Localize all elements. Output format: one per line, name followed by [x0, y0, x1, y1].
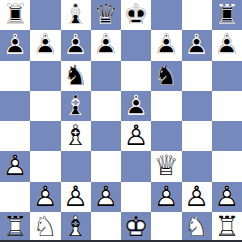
- white-pawn-e4[interactable]: ♟♙: [121, 121, 151, 151]
- square-b2[interactable]: ♟♙: [30, 182, 60, 212]
- black-knight-c6[interactable]: ♞♘: [61, 61, 91, 91]
- square-h5[interactable]: [212, 91, 242, 121]
- piece-outline-glyph: ♙: [182, 30, 212, 60]
- piece-outline-glyph: ♗: [61, 0, 91, 30]
- square-c7[interactable]: ♟♙: [61, 30, 91, 60]
- white-pawn-f2[interactable]: ♟♙: [151, 182, 181, 212]
- square-f4[interactable]: [151, 121, 181, 151]
- piece-outline-glyph: ♘: [61, 61, 91, 91]
- square-c1[interactable]: ♝♗: [61, 212, 91, 242]
- square-f5[interactable]: [151, 91, 181, 121]
- square-h1[interactable]: ♜♖: [212, 212, 242, 242]
- piece-outline-glyph: ♙: [121, 121, 151, 151]
- square-c5[interactable]: ♝♗: [61, 91, 91, 121]
- black-rook-h8[interactable]: ♜♖: [212, 0, 242, 30]
- square-a4[interactable]: [0, 121, 30, 151]
- piece-outline-glyph: ♗: [61, 121, 91, 151]
- piece-outline-glyph: ♙: [91, 182, 121, 212]
- square-c6[interactable]: ♞♘: [61, 61, 91, 91]
- square-g7[interactable]: ♟♙: [182, 30, 212, 60]
- black-bishop-c5[interactable]: ♝♗: [61, 91, 91, 121]
- square-e3[interactable]: [121, 151, 151, 181]
- piece-outline-glyph: ♙: [212, 182, 242, 212]
- square-e2[interactable]: [121, 182, 151, 212]
- white-rook-h1[interactable]: ♜♖: [212, 212, 242, 242]
- white-king-e1[interactable]: ♚♔: [121, 212, 151, 242]
- square-g6[interactable]: [182, 61, 212, 91]
- square-b8[interactable]: [30, 0, 60, 30]
- square-a5[interactable]: [0, 91, 30, 121]
- piece-outline-glyph: ♙: [0, 151, 30, 181]
- square-b3[interactable]: [30, 151, 60, 181]
- square-d8[interactable]: ♛♕: [91, 0, 121, 30]
- square-g4[interactable]: [182, 121, 212, 151]
- square-h3[interactable]: [212, 151, 242, 181]
- white-bishop-c1[interactable]: ♝♗: [61, 212, 91, 242]
- white-queen-f3[interactable]: ♛♕: [151, 151, 181, 181]
- square-f3[interactable]: ♛♕: [151, 151, 181, 181]
- square-a8[interactable]: ♜♖: [0, 0, 30, 30]
- chess-board: ♜♖♝♗♛♕♚♔♜♖♟♙♟♙♟♙♟♙♟♙♟♙♟♙♞♘♞♘♝♗♟♙♝♗♟♙♟♙♛♕…: [0, 0, 242, 242]
- square-d7[interactable]: ♟♙: [91, 30, 121, 60]
- square-h4[interactable]: [212, 121, 242, 151]
- square-b4[interactable]: [30, 121, 60, 151]
- square-g5[interactable]: [182, 91, 212, 121]
- black-pawn-a7[interactable]: ♟♙: [0, 30, 30, 60]
- white-pawn-c2[interactable]: ♟♙: [61, 182, 91, 212]
- square-f1[interactable]: [151, 212, 181, 242]
- square-e5[interactable]: ♟♙: [121, 91, 151, 121]
- piece-outline-glyph: ♙: [30, 30, 60, 60]
- piece-outline-glyph: ♙: [61, 182, 91, 212]
- black-pawn-b7[interactable]: ♟♙: [30, 30, 60, 60]
- piece-outline-glyph: ♘: [182, 212, 212, 242]
- piece-outline-glyph: ♙: [182, 182, 212, 212]
- square-e8[interactable]: ♚♔: [121, 0, 151, 30]
- square-c4[interactable]: ♝♗: [61, 121, 91, 151]
- square-e4[interactable]: ♟♙: [121, 121, 151, 151]
- white-knight-g1[interactable]: ♞♘: [182, 212, 212, 242]
- square-c3[interactable]: [61, 151, 91, 181]
- white-bishop-c4[interactable]: ♝♗: [61, 121, 91, 151]
- square-f2[interactable]: ♟♙: [151, 182, 181, 212]
- square-d3[interactable]: [91, 151, 121, 181]
- chess-board-wrap: ♜♖♝♗♛♕♚♔♜♖♟♙♟♙♟♙♟♙♟♙♟♙♟♙♞♘♞♘♝♗♟♙♝♗♟♙♟♙♛♕…: [0, 0, 242, 242]
- piece-outline-glyph: ♙: [151, 30, 181, 60]
- square-b1[interactable]: ♞♘: [30, 212, 60, 242]
- piece-outline-glyph: ♔: [121, 212, 151, 242]
- piece-outline-glyph: ♙: [30, 182, 60, 212]
- square-c8[interactable]: ♝♗: [61, 0, 91, 30]
- black-bishop-c8[interactable]: ♝♗: [61, 0, 91, 30]
- white-pawn-h2[interactable]: ♟♙: [212, 182, 242, 212]
- piece-outline-glyph: ♖: [0, 0, 30, 30]
- square-a2[interactable]: [0, 182, 30, 212]
- white-pawn-g2[interactable]: ♟♙: [182, 182, 212, 212]
- white-pawn-b2[interactable]: ♟♙: [30, 182, 60, 212]
- white-pawn-d2[interactable]: ♟♙: [91, 182, 121, 212]
- piece-outline-glyph: ♖: [0, 212, 30, 242]
- square-d4[interactable]: [91, 121, 121, 151]
- piece-outline-glyph: ♙: [0, 30, 30, 60]
- square-h8[interactable]: ♜♖: [212, 0, 242, 30]
- black-pawn-c7[interactable]: ♟♙: [61, 30, 91, 60]
- square-g3[interactable]: [182, 151, 212, 181]
- piece-outline-glyph: ♔: [121, 0, 151, 30]
- black-knight-f6[interactable]: ♞♘: [151, 61, 181, 91]
- square-f6[interactable]: ♞♘: [151, 61, 181, 91]
- square-a3[interactable]: ♟♙: [0, 151, 30, 181]
- black-pawn-g7[interactable]: ♟♙: [182, 30, 212, 60]
- piece-outline-glyph: ♙: [121, 91, 151, 121]
- black-king-e8[interactable]: ♚♔: [121, 0, 151, 30]
- square-d6[interactable]: [91, 61, 121, 91]
- square-f8[interactable]: [151, 0, 181, 30]
- square-e6[interactable]: [121, 61, 151, 91]
- square-h2[interactable]: ♟♙: [212, 182, 242, 212]
- piece-outline-glyph: ♖: [212, 212, 242, 242]
- square-g8[interactable]: [182, 0, 212, 30]
- white-rook-a1[interactable]: ♜♖: [0, 212, 30, 242]
- square-h7[interactable]: ♟♙: [212, 30, 242, 60]
- square-e1[interactable]: ♚♔: [121, 212, 151, 242]
- black-queen-d8[interactable]: ♛♕: [91, 0, 121, 30]
- piece-outline-glyph: ♕: [91, 0, 121, 30]
- square-e7[interactable]: [121, 30, 151, 60]
- square-d5[interactable]: [91, 91, 121, 121]
- black-pawn-f7[interactable]: ♟♙: [151, 30, 181, 60]
- square-a6[interactable]: [0, 61, 30, 91]
- black-pawn-h7[interactable]: ♟♙: [212, 30, 242, 60]
- square-g2[interactable]: ♟♙: [182, 182, 212, 212]
- piece-outline-glyph: ♕: [151, 151, 181, 181]
- square-f7[interactable]: ♟♙: [151, 30, 181, 60]
- square-b6[interactable]: [30, 61, 60, 91]
- piece-outline-glyph: ♘: [151, 61, 181, 91]
- square-a1[interactable]: ♜♖: [0, 212, 30, 242]
- square-b7[interactable]: ♟♙: [30, 30, 60, 60]
- piece-outline-glyph: ♙: [151, 182, 181, 212]
- piece-outline-glyph: ♘: [30, 212, 60, 242]
- piece-outline-glyph: ♗: [61, 212, 91, 242]
- piece-outline-glyph: ♖: [212, 0, 242, 30]
- white-pawn-a3[interactable]: ♟♙: [0, 151, 30, 181]
- black-pawn-e5[interactable]: ♟♙: [121, 91, 151, 121]
- black-rook-a8[interactable]: ♜♖: [0, 0, 30, 30]
- square-g1[interactable]: ♞♘: [182, 212, 212, 242]
- piece-outline-glyph: ♙: [91, 30, 121, 60]
- piece-outline-glyph: ♙: [61, 30, 91, 60]
- square-a7[interactable]: ♟♙: [0, 30, 30, 60]
- black-pawn-d7[interactable]: ♟♙: [91, 30, 121, 60]
- square-b5[interactable]: [30, 91, 60, 121]
- square-d1[interactable]: [91, 212, 121, 242]
- square-h6[interactable]: [212, 61, 242, 91]
- piece-outline-glyph: ♙: [212, 30, 242, 60]
- square-d2[interactable]: ♟♙: [91, 182, 121, 212]
- square-c2[interactable]: ♟♙: [61, 182, 91, 212]
- piece-outline-glyph: ♗: [61, 91, 91, 121]
- white-knight-b1[interactable]: ♞♘: [30, 212, 60, 242]
